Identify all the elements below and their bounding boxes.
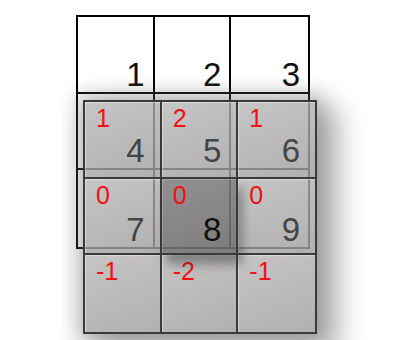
kernel-value-r3c3: -1	[249, 259, 271, 284]
kernel-cell-r3c2: -2	[162, 255, 239, 332]
kernel-cell-r2c3: 0	[238, 179, 315, 256]
image-cell-9-number: 9	[282, 213, 300, 246]
kernel-cell-r2c1: 0	[85, 179, 162, 256]
kernel-value-r1c1: 1	[96, 106, 110, 131]
kernel-value-r1c2: 2	[173, 106, 187, 131]
kernel-cell-r3c3: -1	[238, 255, 315, 332]
kernel-cell-r2c2-center: 0	[162, 179, 239, 256]
kernel-value-r2c1: 0	[96, 183, 110, 208]
kernel-value-r3c1: -1	[96, 259, 118, 284]
image-cell-7-number: 7	[126, 213, 144, 246]
kernel-cell-r1c3: 1	[238, 102, 315, 179]
board: 1 2 3 4 5 6 7 8 9 1 2	[0, 0, 400, 340]
kernel-value-r2c2: 0	[173, 183, 187, 208]
kernel-value-r1c3: 1	[249, 106, 263, 131]
image-cell-3-number: 3	[282, 58, 300, 91]
kernel-cell-r3c1: -1	[85, 255, 162, 332]
image-cell-8-number: 8	[203, 213, 221, 246]
image-cell-1: 1	[78, 17, 155, 94]
kernel-value-r2c3: 0	[249, 183, 263, 208]
image-cell-5-number: 5	[203, 134, 221, 167]
kernel-cell-r1c2: 2	[162, 102, 239, 179]
image-cell-3: 3	[231, 17, 308, 94]
image-cell-6-number: 6	[282, 134, 300, 167]
image-cell-4-number: 4	[126, 134, 144, 167]
image-cell-2-number: 2	[203, 58, 221, 91]
image-cell-2: 2	[155, 17, 232, 94]
image-cell-1-number: 1	[126, 58, 144, 91]
kernel-cell-r1c1: 1	[85, 102, 162, 179]
kernel-value-r3c2: -2	[173, 259, 195, 284]
